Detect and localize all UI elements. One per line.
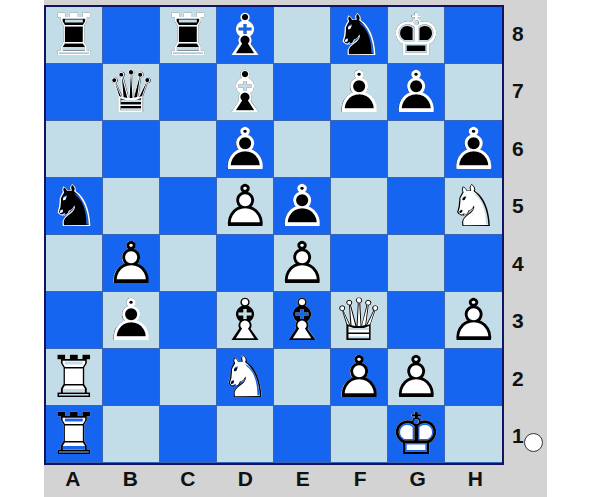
square-h7[interactable] <box>445 64 502 121</box>
square-e3[interactable]: ♝♗ <box>274 292 331 349</box>
square-c3[interactable] <box>160 292 217 349</box>
square-f5[interactable] <box>331 178 388 235</box>
square-b5[interactable] <box>103 178 160 235</box>
square-g4[interactable] <box>388 235 445 292</box>
black-knight-outline: ♘ <box>331 7 387 63</box>
black-pawn: ♟♙ <box>331 64 387 120</box>
file-labels: A B C D E F G H <box>44 463 504 495</box>
square-e4[interactable]: ♟♙ <box>274 235 331 292</box>
square-h5[interactable]: ♞♘ <box>445 178 502 235</box>
black-knight: ♞♘ <box>331 7 387 63</box>
square-d6[interactable]: ♟♙ <box>217 121 274 178</box>
black-pawn: ♟♙ <box>388 64 444 120</box>
black-pawn: ♟♙ <box>103 292 159 348</box>
square-a4[interactable] <box>46 235 103 292</box>
white-to-move-indicator <box>524 433 543 452</box>
white-rook: ♜♖ <box>46 349 102 405</box>
rank-label-5: 5 <box>506 178 546 236</box>
file-label-a: A <box>44 463 102 495</box>
square-c6[interactable] <box>160 121 217 178</box>
black-bishop: ♝♗ <box>217 64 273 120</box>
white-pawn: ♟♙ <box>388 349 444 405</box>
square-h3[interactable]: ♟♙ <box>445 292 502 349</box>
square-g5[interactable] <box>388 178 445 235</box>
white-pawn: ♟♙ <box>103 235 159 291</box>
file-label-h: H <box>447 463 505 495</box>
square-d1[interactable] <box>217 406 274 463</box>
square-h8[interactable] <box>445 7 502 64</box>
black-king-outline: ♔ <box>388 7 444 63</box>
white-knight: ♞♘ <box>217 349 273 405</box>
black-pawn: ♟♙ <box>445 121 502 177</box>
black-rook-outline: ♖ <box>46 7 102 63</box>
white-king-outline: ♔ <box>388 406 444 462</box>
black-rook: ♜♖ <box>160 7 216 63</box>
square-a8[interactable]: ♜♖ <box>46 7 103 64</box>
white-knight: ♞♘ <box>445 178 502 234</box>
square-e5[interactable]: ♟♙ <box>274 178 331 235</box>
square-a3[interactable] <box>46 292 103 349</box>
black-bishop-outline: ♗ <box>217 64 273 120</box>
white-pawn-outline: ♙ <box>103 235 159 291</box>
white-pawn-outline: ♙ <box>388 349 444 405</box>
white-rook-outline: ♖ <box>46 349 102 405</box>
square-f1[interactable] <box>331 406 388 463</box>
square-e7[interactable] <box>274 64 331 121</box>
white-king: ♚♔ <box>388 406 444 462</box>
square-h2[interactable] <box>445 349 502 406</box>
square-g1[interactable]: ♚♔ <box>388 406 445 463</box>
black-queen-outline: ♕ <box>103 64 159 120</box>
square-b4[interactable]: ♟♙ <box>103 235 160 292</box>
square-f3[interactable]: ♛♕ <box>331 292 388 349</box>
black-bishop-outline: ♗ <box>217 7 273 63</box>
black-rook-outline: ♖ <box>160 7 216 63</box>
square-b2[interactable] <box>103 349 160 406</box>
square-c1[interactable] <box>160 406 217 463</box>
square-a2[interactable]: ♜♖ <box>46 349 103 406</box>
square-c7[interactable] <box>160 64 217 121</box>
square-b7[interactable]: ♛♕ <box>103 64 160 121</box>
white-pawn-outline: ♙ <box>331 349 387 405</box>
white-knight-outline: ♘ <box>445 178 502 234</box>
square-d7[interactable]: ♝♗ <box>217 64 274 121</box>
black-pawn-outline: ♙ <box>331 64 387 120</box>
file-label-e: E <box>274 463 332 495</box>
file-label-f: F <box>332 463 390 495</box>
square-a5[interactable]: ♞♘ <box>46 178 103 235</box>
white-queen-outline: ♕ <box>331 292 387 348</box>
white-pawn: ♟♙ <box>331 349 387 405</box>
black-knight: ♞♘ <box>46 178 102 234</box>
square-d8[interactable]: ♝♗ <box>217 7 274 64</box>
square-g8[interactable]: ♚♔ <box>388 7 445 64</box>
white-bishop-outline: ♗ <box>217 292 273 348</box>
white-rook: ♜♖ <box>46 406 102 462</box>
white-pawn: ♟♙ <box>217 178 273 234</box>
rank-label-2: 2 <box>506 350 546 408</box>
square-f8[interactable]: ♞♘ <box>331 7 388 64</box>
black-pawn-outline: ♙ <box>274 178 330 234</box>
square-e2[interactable] <box>274 349 331 406</box>
black-rook: ♜♖ <box>46 7 102 63</box>
square-a1[interactable]: ♜♖ <box>46 406 103 463</box>
square-a7[interactable] <box>46 64 103 121</box>
square-c8[interactable]: ♜♖ <box>160 7 217 64</box>
white-pawn: ♟♙ <box>274 235 330 291</box>
white-knight-outline: ♘ <box>217 349 273 405</box>
square-g3[interactable] <box>388 292 445 349</box>
square-h4[interactable] <box>445 235 502 292</box>
square-e6[interactable] <box>274 121 331 178</box>
square-h6[interactable]: ♟♙ <box>445 121 502 178</box>
square-d3[interactable]: ♝♗ <box>217 292 274 349</box>
file-label-c: C <box>159 463 217 495</box>
white-pawn-outline: ♙ <box>217 178 273 234</box>
chess-diagram: ♜♖♜♖♝♗♞♘♚♔♛♕♝♗♟♙♟♙♟♙♟♙♞♘♟♙♟♙♞♘♟♙♟♙♟♙♝♗♝♗… <box>0 0 591 497</box>
square-g7[interactable]: ♟♙ <box>388 64 445 121</box>
black-pawn-outline: ♙ <box>217 121 273 177</box>
square-b8[interactable] <box>103 7 160 64</box>
rank-label-4: 4 <box>506 235 546 293</box>
square-g6[interactable] <box>388 121 445 178</box>
black-pawn-outline: ♙ <box>103 292 159 348</box>
black-bishop: ♝♗ <box>217 7 273 63</box>
square-f6[interactable] <box>331 121 388 178</box>
square-c5[interactable] <box>160 178 217 235</box>
square-d4[interactable] <box>217 235 274 292</box>
square-e8[interactable] <box>274 7 331 64</box>
black-knight-outline: ♘ <box>46 178 102 234</box>
file-label-d: D <box>217 463 275 495</box>
white-rook-outline: ♖ <box>46 406 102 462</box>
square-f7[interactable]: ♟♙ <box>331 64 388 121</box>
black-pawn-outline: ♙ <box>445 121 502 177</box>
white-pawn-outline: ♙ <box>274 235 330 291</box>
square-f2[interactable]: ♟♙ <box>331 349 388 406</box>
square-d2[interactable]: ♞♘ <box>217 349 274 406</box>
black-pawn: ♟♙ <box>217 121 273 177</box>
black-pawn-outline: ♙ <box>388 64 444 120</box>
square-g2[interactable]: ♟♙ <box>388 349 445 406</box>
rank-labels: 8 7 6 5 4 3 2 1 <box>506 5 546 465</box>
white-bishop: ♝♗ <box>217 292 273 348</box>
square-h1[interactable] <box>445 406 502 463</box>
square-b1[interactable] <box>103 406 160 463</box>
black-king: ♚♔ <box>388 7 444 63</box>
square-b6[interactable] <box>103 121 160 178</box>
white-bishop: ♝♗ <box>274 292 330 348</box>
file-label-g: G <box>389 463 447 495</box>
square-e1[interactable] <box>274 406 331 463</box>
black-pawn: ♟♙ <box>274 178 330 234</box>
square-a6[interactable] <box>46 121 103 178</box>
square-c2[interactable] <box>160 349 217 406</box>
square-b3[interactable]: ♟♙ <box>103 292 160 349</box>
rank-label-7: 7 <box>506 63 546 121</box>
white-bishop-outline: ♗ <box>274 292 330 348</box>
white-queen: ♛♕ <box>331 292 387 348</box>
rank-label-3: 3 <box>506 293 546 351</box>
black-queen: ♛♕ <box>103 64 159 120</box>
file-label-b: B <box>102 463 160 495</box>
square-c4[interactable] <box>160 235 217 292</box>
square-d5[interactable]: ♟♙ <box>217 178 274 235</box>
white-pawn: ♟♙ <box>445 292 502 348</box>
chess-board: ♜♖♜♖♝♗♞♘♚♔♛♕♝♗♟♙♟♙♟♙♟♙♞♘♟♙♟♙♞♘♟♙♟♙♟♙♝♗♝♗… <box>44 5 504 465</box>
white-pawn-outline: ♙ <box>445 292 502 348</box>
rank-label-6: 6 <box>506 120 546 178</box>
square-f4[interactable] <box>331 235 388 292</box>
rank-label-8: 8 <box>506 5 546 63</box>
